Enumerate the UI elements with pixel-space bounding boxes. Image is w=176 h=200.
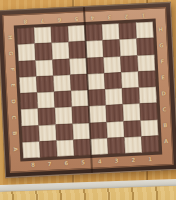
file-label: 7 [48, 162, 52, 168]
board-square[interactable] [52, 42, 70, 59]
rank-label: H [158, 28, 163, 34]
chess-board: 87654321 87654321 HGFEDCBA HGFEDCBA [0, 2, 176, 178]
rank-label: G [159, 44, 164, 50]
rank-label: E [9, 84, 15, 88]
rank-label: D [10, 99, 16, 104]
board-square[interactable] [139, 87, 157, 104]
board-square[interactable] [73, 139, 91, 156]
board-square[interactable] [34, 27, 52, 44]
board-square[interactable] [120, 39, 138, 56]
board-square[interactable] [121, 71, 139, 88]
board-square[interactable] [73, 122, 91, 139]
board-square[interactable] [124, 120, 142, 137]
rank-label: B [163, 123, 167, 129]
file-label: 5 [74, 15, 78, 21]
board-square[interactable] [39, 124, 57, 141]
board-square[interactable] [88, 89, 106, 106]
board-square[interactable] [39, 140, 57, 157]
board-square[interactable] [52, 58, 70, 75]
file-label: 4 [91, 14, 95, 20]
board-square[interactable] [103, 56, 121, 73]
board-square[interactable] [53, 75, 71, 92]
board-square[interactable] [86, 40, 104, 57]
file-label: 8 [24, 18, 28, 24]
rank-label: C [11, 116, 17, 120]
board-square[interactable] [141, 119, 159, 136]
file-label: 8 [31, 162, 35, 168]
file-label: 3 [115, 158, 119, 164]
board-square[interactable] [70, 74, 88, 91]
board-square[interactable] [107, 137, 125, 154]
board-square[interactable] [35, 59, 53, 76]
board-square[interactable] [17, 28, 35, 45]
board-square[interactable] [119, 23, 137, 40]
file-label: 6 [57, 16, 61, 22]
board-square[interactable] [86, 57, 104, 74]
file-label: 2 [124, 13, 128, 19]
board-square[interactable] [85, 24, 103, 41]
scene: 87654321 87654321 HGFEDCBA HGFEDCBA [0, 0, 176, 200]
board-square[interactable] [140, 103, 158, 120]
board-square[interactable] [122, 88, 140, 105]
board-square[interactable] [106, 105, 124, 122]
board-square[interactable] [37, 92, 55, 109]
board-square[interactable] [38, 108, 56, 125]
rank-label: C [162, 107, 166, 113]
board-square[interactable] [22, 141, 40, 158]
board-square[interactable] [35, 43, 53, 60]
board-square[interactable] [18, 44, 36, 61]
board-square[interactable] [124, 136, 142, 153]
board-square[interactable] [137, 54, 155, 71]
rank-label: F [9, 68, 15, 72]
rank-label: H [7, 35, 13, 40]
file-label: 3 [107, 14, 111, 20]
board-square[interactable] [69, 41, 87, 58]
board-square[interactable] [107, 121, 125, 138]
board-square[interactable] [123, 104, 141, 121]
board-outer-frame: 87654321 87654321 HGFEDCBA HGFEDCBA [0, 2, 176, 178]
board-square[interactable] [56, 140, 74, 157]
board-square[interactable] [18, 60, 36, 77]
board-square[interactable] [90, 138, 108, 155]
file-label: 4 [98, 159, 102, 165]
board-square[interactable] [36, 75, 54, 92]
file-label: 5 [81, 160, 85, 166]
rank-label: A [164, 139, 169, 145]
board-square[interactable] [105, 88, 123, 105]
board-square[interactable] [120, 55, 138, 72]
board-square[interactable] [136, 22, 154, 39]
rank-label: G [8, 51, 14, 56]
board-square[interactable] [20, 92, 38, 109]
board-square[interactable] [138, 70, 156, 87]
board-square[interactable] [69, 58, 87, 75]
board-square[interactable] [54, 91, 72, 108]
board-square[interactable] [90, 122, 108, 139]
board-square[interactable] [68, 25, 86, 42]
file-label: 7 [41, 17, 45, 23]
board-square[interactable] [71, 90, 89, 107]
board-square[interactable] [104, 72, 122, 89]
board-square[interactable] [55, 107, 73, 124]
board-square[interactable] [141, 135, 159, 152]
board-square[interactable] [22, 125, 40, 142]
file-label: 1 [148, 157, 152, 163]
file-label: 1 [141, 12, 145, 18]
rank-label: D [161, 91, 166, 97]
board-square[interactable] [51, 26, 69, 43]
board-square[interactable] [103, 40, 121, 57]
rank-label: A [12, 147, 18, 152]
board-square[interactable] [137, 38, 155, 55]
file-label: 2 [131, 158, 135, 164]
rank-label: B [12, 131, 18, 135]
board-square[interactable] [102, 23, 120, 40]
rank-label: F [160, 60, 164, 66]
file-label: 6 [64, 161, 68, 167]
board-square[interactable] [21, 109, 39, 126]
board-square[interactable] [72, 106, 90, 123]
board-square[interactable] [56, 123, 74, 140]
rank-label: E [161, 75, 165, 81]
board-square[interactable] [89, 105, 107, 122]
board-square[interactable] [19, 76, 37, 93]
board-square[interactable] [87, 73, 105, 90]
